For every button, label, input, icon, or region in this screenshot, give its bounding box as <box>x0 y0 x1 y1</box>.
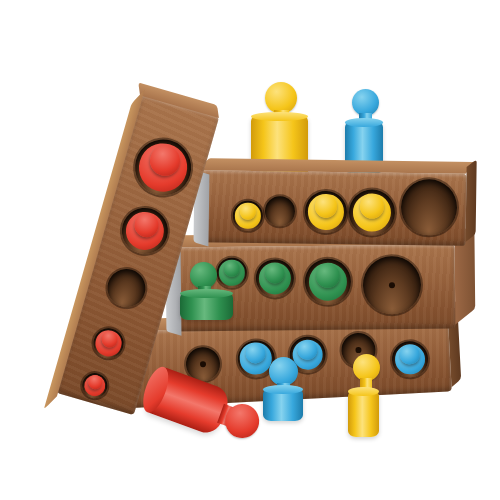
empty-socket <box>103 265 150 312</box>
green-cylinder-in-socket <box>256 259 294 297</box>
empty-socket <box>401 179 458 236</box>
empty-socket <box>363 256 422 315</box>
block-right-end-face <box>466 159 477 242</box>
green-cylinder-in-socket <box>217 258 247 288</box>
cylinder-top <box>251 112 308 121</box>
red-cylinder-in-socket <box>90 325 127 362</box>
cylinder-top <box>263 385 303 394</box>
cylinder-top <box>348 387 379 396</box>
cylinder-body <box>180 292 233 320</box>
cylinder-top <box>345 118 383 127</box>
knob <box>353 354 380 381</box>
cylinder-top <box>180 289 233 298</box>
empty-socket <box>265 196 295 226</box>
knob <box>269 357 298 386</box>
knob <box>352 89 379 116</box>
knob <box>190 262 217 289</box>
green-cylinder-in-socket <box>305 259 351 305</box>
socket-row <box>196 170 467 246</box>
yellow-cylinder-in-socket <box>305 191 348 234</box>
product-photo-montessori-cylinder-blocks <box>0 0 500 500</box>
socket-pinhole <box>200 361 206 367</box>
red-cylinder-in-socket <box>79 370 110 401</box>
red-cylinder-in-socket <box>116 203 173 260</box>
yellow-block <box>196 170 467 246</box>
cylinder-body <box>263 388 303 421</box>
socket-pinhole <box>355 347 361 353</box>
socket-pinhole <box>389 282 395 288</box>
blue-cylinder-in-socket <box>391 340 429 378</box>
cylinder-body <box>348 390 379 437</box>
yellow-cylinder-in-socket <box>349 189 396 236</box>
red-cylinder-in-socket <box>128 133 197 202</box>
yellow-cylinder-in-socket <box>233 201 263 231</box>
